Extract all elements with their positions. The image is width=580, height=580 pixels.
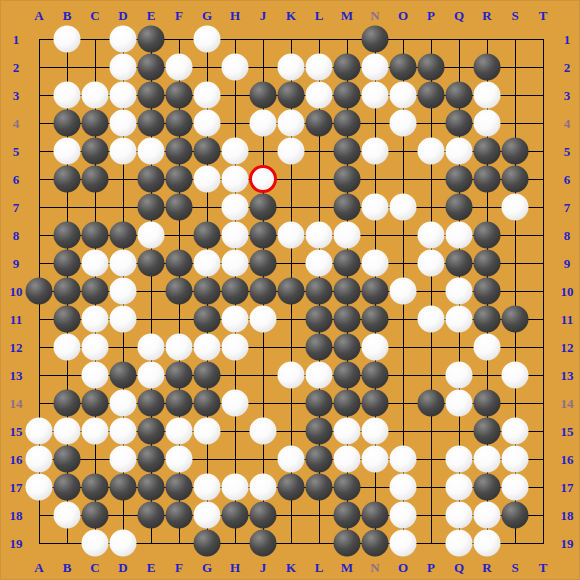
col-label-bottom-R: R: [482, 561, 491, 574]
white-stone-P11[interactable]: [418, 306, 445, 333]
white-stone-F2[interactable]: [166, 54, 193, 81]
white-stone-K8[interactable]: [278, 222, 305, 249]
white-stone-Q8[interactable]: [446, 222, 473, 249]
col-label-bottom-H: H: [230, 561, 240, 574]
black-stone-Q9[interactable]: [446, 250, 473, 277]
white-stone-N7[interactable]: [362, 194, 389, 221]
black-stone-F13[interactable]: [166, 362, 193, 389]
black-stone-D13[interactable]: [110, 362, 137, 389]
col-label-bottom-M: M: [341, 561, 353, 574]
white-stone-P9[interactable]: [418, 250, 445, 277]
white-stone-D5[interactable]: [110, 138, 137, 165]
black-stone-R5[interactable]: [474, 138, 501, 165]
white-stone-O7[interactable]: [390, 194, 417, 221]
col-label-top-G: G: [202, 9, 212, 22]
black-stone-N1[interactable]: [362, 26, 389, 53]
white-stone-O19[interactable]: [390, 530, 417, 557]
black-stone-R9[interactable]: [474, 250, 501, 277]
white-stone-N5[interactable]: [362, 138, 389, 165]
row-label-left-16: 16: [10, 453, 23, 466]
black-stone-R2[interactable]: [474, 54, 501, 81]
white-stone-O17[interactable]: [390, 474, 417, 501]
white-stone-M15[interactable]: [334, 418, 361, 445]
black-stone-E7[interactable]: [138, 194, 165, 221]
black-stone-L4[interactable]: [306, 110, 333, 137]
black-stone-B6[interactable]: [54, 166, 81, 193]
black-stone-E18[interactable]: [138, 502, 165, 529]
row-label-right-7: 7: [564, 201, 571, 214]
white-stone-L2[interactable]: [306, 54, 333, 81]
black-stone-M9[interactable]: [334, 250, 361, 277]
white-stone-D11[interactable]: [110, 306, 137, 333]
col-label-bottom-F: F: [175, 561, 183, 574]
black-stone-S18[interactable]: [502, 502, 529, 529]
white-stone-D14[interactable]: [110, 390, 137, 417]
black-stone-E2[interactable]: [138, 54, 165, 81]
white-stone-C3[interactable]: [82, 82, 109, 109]
row-label-left-6: 6: [13, 173, 20, 186]
black-stone-C10[interactable]: [82, 278, 109, 305]
white-stone-M8[interactable]: [334, 222, 361, 249]
white-stone-G3[interactable]: [194, 82, 221, 109]
black-stone-L16[interactable]: [306, 446, 333, 473]
marked-white-stone-J6[interactable]: [249, 165, 277, 193]
row-label-left-1: 1: [13, 33, 20, 46]
black-stone-J10[interactable]: [250, 278, 277, 305]
white-stone-E8[interactable]: [138, 222, 165, 249]
white-stone-Q10[interactable]: [446, 278, 473, 305]
black-stone-M7[interactable]: [334, 194, 361, 221]
white-stone-G18[interactable]: [194, 502, 221, 529]
black-stone-R8[interactable]: [474, 222, 501, 249]
black-stone-B8[interactable]: [54, 222, 81, 249]
black-stone-R11[interactable]: [474, 306, 501, 333]
black-stone-J18[interactable]: [250, 502, 277, 529]
black-stone-B16[interactable]: [54, 446, 81, 473]
white-stone-F12[interactable]: [166, 334, 193, 361]
white-stone-N3[interactable]: [362, 82, 389, 109]
white-stone-A15[interactable]: [26, 418, 53, 445]
white-stone-J11[interactable]: [250, 306, 277, 333]
col-label-top-L: L: [315, 9, 324, 22]
col-label-top-Q: Q: [454, 9, 464, 22]
white-stone-G15[interactable]: [194, 418, 221, 445]
white-stone-F15[interactable]: [166, 418, 193, 445]
black-stone-N19[interactable]: [362, 530, 389, 557]
black-stone-C18[interactable]: [82, 502, 109, 529]
black-stone-R10[interactable]: [474, 278, 501, 305]
row-label-left-18: 18: [10, 509, 23, 522]
black-stone-C17[interactable]: [82, 474, 109, 501]
white-stone-H7[interactable]: [222, 194, 249, 221]
col-label-bottom-E: E: [147, 561, 156, 574]
black-stone-K17[interactable]: [278, 474, 305, 501]
black-stone-H10[interactable]: [222, 278, 249, 305]
black-stone-Q6[interactable]: [446, 166, 473, 193]
black-stone-L17[interactable]: [306, 474, 333, 501]
white-stone-C19[interactable]: [82, 530, 109, 557]
black-stone-J3[interactable]: [250, 82, 277, 109]
black-stone-J19[interactable]: [250, 530, 277, 557]
white-stone-B18[interactable]: [54, 502, 81, 529]
black-stone-C4[interactable]: [82, 110, 109, 137]
black-stone-C8[interactable]: [82, 222, 109, 249]
white-stone-H12[interactable]: [222, 334, 249, 361]
black-stone-M10[interactable]: [334, 278, 361, 305]
col-label-bottom-B: B: [63, 561, 72, 574]
white-stone-A17[interactable]: [26, 474, 53, 501]
white-stone-E13[interactable]: [138, 362, 165, 389]
white-stone-S13[interactable]: [502, 362, 529, 389]
black-stone-C14[interactable]: [82, 390, 109, 417]
black-stone-E14[interactable]: [138, 390, 165, 417]
black-stone-F9[interactable]: [166, 250, 193, 277]
black-stone-S5[interactable]: [502, 138, 529, 165]
white-stone-L13[interactable]: [306, 362, 333, 389]
black-stone-M6[interactable]: [334, 166, 361, 193]
white-stone-B1[interactable]: [54, 26, 81, 53]
white-stone-N12[interactable]: [362, 334, 389, 361]
row-label-right-11: 11: [561, 313, 573, 326]
black-stone-F17[interactable]: [166, 474, 193, 501]
black-stone-G8[interactable]: [194, 222, 221, 249]
black-stone-C6[interactable]: [82, 166, 109, 193]
black-stone-G13[interactable]: [194, 362, 221, 389]
black-stone-G5[interactable]: [194, 138, 221, 165]
black-stone-R14[interactable]: [474, 390, 501, 417]
black-stone-F14[interactable]: [166, 390, 193, 417]
black-stone-M17[interactable]: [334, 474, 361, 501]
white-stone-H5[interactable]: [222, 138, 249, 165]
black-stone-E4[interactable]: [138, 110, 165, 137]
black-stone-R15[interactable]: [474, 418, 501, 445]
white-stone-S16[interactable]: [502, 446, 529, 473]
white-stone-D3[interactable]: [110, 82, 137, 109]
white-stone-Q19[interactable]: [446, 530, 473, 557]
black-stone-G10[interactable]: [194, 278, 221, 305]
black-stone-B14[interactable]: [54, 390, 81, 417]
white-stone-Q17[interactable]: [446, 474, 473, 501]
col-label-bottom-S: S: [511, 561, 518, 574]
col-label-top-J: J: [260, 9, 267, 22]
white-stone-H6[interactable]: [222, 166, 249, 193]
black-stone-S11[interactable]: [502, 306, 529, 333]
row-label-right-5: 5: [564, 145, 571, 158]
white-stone-N16[interactable]: [362, 446, 389, 473]
row-label-right-6: 6: [564, 173, 571, 186]
col-label-top-P: P: [427, 9, 435, 22]
black-stone-G14[interactable]: [194, 390, 221, 417]
white-stone-H8[interactable]: [222, 222, 249, 249]
white-stone-K4[interactable]: [278, 110, 305, 137]
white-stone-Q16[interactable]: [446, 446, 473, 473]
white-stone-Q5[interactable]: [446, 138, 473, 165]
col-label-top-O: O: [398, 9, 408, 22]
row-label-left-19: 19: [10, 537, 23, 550]
black-stone-H18[interactable]: [222, 502, 249, 529]
black-stone-K10[interactable]: [278, 278, 305, 305]
row-label-left-11: 11: [10, 313, 22, 326]
black-stone-C5[interactable]: [82, 138, 109, 165]
col-label-bottom-P: P: [427, 561, 435, 574]
black-stone-B11[interactable]: [54, 306, 81, 333]
white-stone-R19[interactable]: [474, 530, 501, 557]
black-stone-L15[interactable]: [306, 418, 333, 445]
white-stone-S17[interactable]: [502, 474, 529, 501]
row-label-left-12: 12: [10, 341, 23, 354]
white-stone-P8[interactable]: [418, 222, 445, 249]
white-stone-J17[interactable]: [250, 474, 277, 501]
black-stone-L12[interactable]: [306, 334, 333, 361]
col-label-top-A: A: [34, 9, 43, 22]
white-stone-K5[interactable]: [278, 138, 305, 165]
col-label-top-R: R: [482, 9, 491, 22]
black-stone-M13[interactable]: [334, 362, 361, 389]
white-stone-O10[interactable]: [390, 278, 417, 305]
white-stone-H14[interactable]: [222, 390, 249, 417]
black-stone-P3[interactable]: [418, 82, 445, 109]
white-stone-D9[interactable]: [110, 250, 137, 277]
col-label-bottom-G: G: [202, 561, 212, 574]
white-stone-H2[interactable]: [222, 54, 249, 81]
black-stone-E1[interactable]: [138, 26, 165, 53]
black-stone-K3[interactable]: [278, 82, 305, 109]
black-stone-A10[interactable]: [26, 278, 53, 305]
white-stone-B5[interactable]: [54, 138, 81, 165]
white-stone-C15[interactable]: [82, 418, 109, 445]
white-stone-Q14[interactable]: [446, 390, 473, 417]
black-stone-B10[interactable]: [54, 278, 81, 305]
black-stone-E6[interactable]: [138, 166, 165, 193]
row-label-right-18: 18: [561, 509, 574, 522]
black-stone-M5[interactable]: [334, 138, 361, 165]
row-label-left-4: 4: [13, 117, 20, 130]
col-label-bottom-N: N: [370, 561, 379, 574]
white-stone-N2[interactable]: [362, 54, 389, 81]
white-stone-B15[interactable]: [54, 418, 81, 445]
white-stone-M16[interactable]: [334, 446, 361, 473]
col-label-bottom-K: K: [286, 561, 296, 574]
black-stone-M11[interactable]: [334, 306, 361, 333]
row-label-right-15: 15: [561, 425, 574, 438]
white-stone-R4[interactable]: [474, 110, 501, 137]
white-stone-P5[interactable]: [418, 138, 445, 165]
col-label-bottom-O: O: [398, 561, 408, 574]
black-stone-E16[interactable]: [138, 446, 165, 473]
black-stone-B17[interactable]: [54, 474, 81, 501]
black-stone-G19[interactable]: [194, 530, 221, 557]
row-label-right-19: 19: [561, 537, 574, 550]
white-stone-R16[interactable]: [474, 446, 501, 473]
white-stone-D19[interactable]: [110, 530, 137, 557]
white-stone-C11[interactable]: [82, 306, 109, 333]
white-stone-B3[interactable]: [54, 82, 81, 109]
white-stone-O16[interactable]: [390, 446, 417, 473]
white-stone-Q13[interactable]: [446, 362, 473, 389]
go-board[interactable]: AABBCCDDEEFFGGHHJJKKLLMMNNOOPPQQRRSSTT11…: [0, 0, 580, 580]
black-stone-L14[interactable]: [306, 390, 333, 417]
white-stone-E5[interactable]: [138, 138, 165, 165]
black-stone-R17[interactable]: [474, 474, 501, 501]
white-stone-B12[interactable]: [54, 334, 81, 361]
black-stone-M2[interactable]: [334, 54, 361, 81]
black-stone-N18[interactable]: [362, 502, 389, 529]
white-stone-L8[interactable]: [306, 222, 333, 249]
black-stone-M18[interactable]: [334, 502, 361, 529]
black-stone-E17[interactable]: [138, 474, 165, 501]
black-stone-Q3[interactable]: [446, 82, 473, 109]
white-stone-N15[interactable]: [362, 418, 389, 445]
black-stone-E3[interactable]: [138, 82, 165, 109]
black-stone-M12[interactable]: [334, 334, 361, 361]
row-label-right-13: 13: [561, 369, 574, 382]
white-stone-D4[interactable]: [110, 110, 137, 137]
white-stone-D10[interactable]: [110, 278, 137, 305]
black-stone-F4[interactable]: [166, 110, 193, 137]
row-label-right-16: 16: [561, 453, 574, 466]
black-stone-M4[interactable]: [334, 110, 361, 137]
row-label-right-4: 4: [564, 117, 571, 130]
white-stone-R18[interactable]: [474, 502, 501, 529]
row-label-left-5: 5: [13, 145, 20, 158]
white-stone-Q11[interactable]: [446, 306, 473, 333]
white-stone-E12[interactable]: [138, 334, 165, 361]
white-stone-D15[interactable]: [110, 418, 137, 445]
black-stone-F5[interactable]: [166, 138, 193, 165]
col-label-bottom-T: T: [539, 561, 548, 574]
white-stone-O4[interactable]: [390, 110, 417, 137]
white-stone-K13[interactable]: [278, 362, 305, 389]
white-stone-C12[interactable]: [82, 334, 109, 361]
black-stone-J9[interactable]: [250, 250, 277, 277]
col-label-bottom-C: C: [90, 561, 99, 574]
black-stone-D17[interactable]: [110, 474, 137, 501]
black-stone-F7[interactable]: [166, 194, 193, 221]
col-label-bottom-L: L: [315, 561, 324, 574]
white-stone-D16[interactable]: [110, 446, 137, 473]
white-stone-Q18[interactable]: [446, 502, 473, 529]
col-label-top-E: E: [147, 9, 156, 22]
black-stone-N14[interactable]: [362, 390, 389, 417]
black-stone-P2[interactable]: [418, 54, 445, 81]
white-stone-N9[interactable]: [362, 250, 389, 277]
white-stone-D1[interactable]: [110, 26, 137, 53]
white-stone-G9[interactable]: [194, 250, 221, 277]
row-label-left-14: 14: [10, 397, 23, 410]
row-label-right-3: 3: [564, 89, 571, 102]
black-stone-R6[interactable]: [474, 166, 501, 193]
row-label-left-13: 13: [10, 369, 23, 382]
white-stone-R12[interactable]: [474, 334, 501, 361]
black-stone-D8[interactable]: [110, 222, 137, 249]
black-stone-P14[interactable]: [418, 390, 445, 417]
col-label-top-T: T: [539, 9, 548, 22]
black-stone-N13[interactable]: [362, 362, 389, 389]
white-stone-S7[interactable]: [502, 194, 529, 221]
black-stone-O2[interactable]: [390, 54, 417, 81]
row-label-left-8: 8: [13, 229, 20, 242]
row-label-left-9: 9: [13, 257, 20, 270]
white-stone-C9[interactable]: [82, 250, 109, 277]
col-label-top-K: K: [286, 9, 296, 22]
white-stone-H11[interactable]: [222, 306, 249, 333]
white-stone-G4[interactable]: [194, 110, 221, 137]
row-label-right-14: 14: [561, 397, 574, 410]
white-stone-G1[interactable]: [194, 26, 221, 53]
black-stone-N10[interactable]: [362, 278, 389, 305]
white-stone-G17[interactable]: [194, 474, 221, 501]
white-stone-J15[interactable]: [250, 418, 277, 445]
white-stone-S15[interactable]: [502, 418, 529, 445]
black-stone-G11[interactable]: [194, 306, 221, 333]
black-stone-M3[interactable]: [334, 82, 361, 109]
black-stone-F18[interactable]: [166, 502, 193, 529]
black-stone-M19[interactable]: [334, 530, 361, 557]
black-stone-F10[interactable]: [166, 278, 193, 305]
black-stone-J7[interactable]: [250, 194, 277, 221]
white-stone-O3[interactable]: [390, 82, 417, 109]
white-stone-H17[interactable]: [222, 474, 249, 501]
black-stone-L11[interactable]: [306, 306, 333, 333]
col-label-bottom-J: J: [260, 561, 267, 574]
white-stone-O18[interactable]: [390, 502, 417, 529]
white-stone-D2[interactable]: [110, 54, 137, 81]
white-stone-J4[interactable]: [250, 110, 277, 137]
row-label-right-9: 9: [564, 257, 571, 270]
white-stone-H9[interactable]: [222, 250, 249, 277]
row-label-right-2: 2: [564, 61, 571, 74]
white-stone-G6[interactable]: [194, 166, 221, 193]
black-stone-N11[interactable]: [362, 306, 389, 333]
col-label-bottom-A: A: [34, 561, 43, 574]
row-label-left-17: 17: [10, 481, 23, 494]
white-stone-G12[interactable]: [194, 334, 221, 361]
row-label-left-7: 7: [13, 201, 20, 214]
row-label-right-1: 1: [564, 33, 571, 46]
col-label-top-S: S: [511, 9, 518, 22]
white-stone-L9[interactable]: [306, 250, 333, 277]
row-label-left-10: 10: [10, 285, 23, 298]
black-stone-L10[interactable]: [306, 278, 333, 305]
white-stone-R3[interactable]: [474, 82, 501, 109]
row-label-left-2: 2: [13, 61, 20, 74]
white-stone-L3[interactable]: [306, 82, 333, 109]
white-stone-F16[interactable]: [166, 446, 193, 473]
col-label-bottom-Q: Q: [454, 561, 464, 574]
col-label-top-M: M: [341, 9, 353, 22]
row-label-right-10: 10: [561, 285, 574, 298]
black-stone-E9[interactable]: [138, 250, 165, 277]
black-stone-J8[interactable]: [250, 222, 277, 249]
black-stone-M14[interactable]: [334, 390, 361, 417]
white-stone-K2[interactable]: [278, 54, 305, 81]
black-stone-F6[interactable]: [166, 166, 193, 193]
black-stone-Q4[interactable]: [446, 110, 473, 137]
black-stone-E15[interactable]: [138, 418, 165, 445]
col-label-top-H: H: [230, 9, 240, 22]
black-stone-Q7[interactable]: [446, 194, 473, 221]
white-stone-K16[interactable]: [278, 446, 305, 473]
white-stone-A16[interactable]: [26, 446, 53, 473]
col-label-top-C: C: [90, 9, 99, 22]
black-stone-B4[interactable]: [54, 110, 81, 137]
black-stone-F3[interactable]: [166, 82, 193, 109]
row-label-right-17: 17: [561, 481, 574, 494]
col-label-top-N: N: [370, 9, 379, 22]
black-stone-B9[interactable]: [54, 250, 81, 277]
black-stone-S6[interactable]: [502, 166, 529, 193]
white-stone-C13[interactable]: [82, 362, 109, 389]
